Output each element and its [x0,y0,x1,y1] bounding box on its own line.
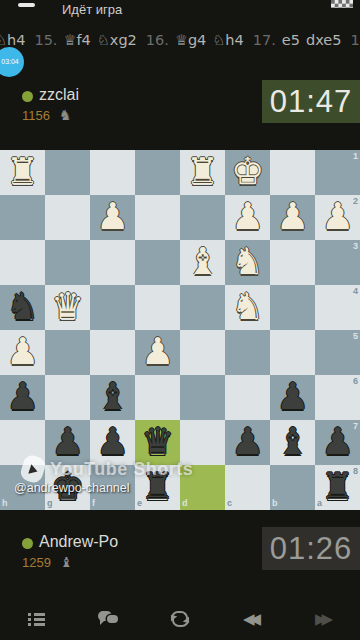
square-c5[interactable] [225,330,270,375]
player-top[interactable]: zzclai 1156♞ [0,86,260,132]
square-b4[interactable] [270,285,315,330]
square-g8[interactable]: ♚g [45,465,90,510]
square-h4[interactable]: ♞ [0,285,45,330]
online-dot [22,538,33,549]
square-d8[interactable]: d [180,465,225,510]
menu-list-button[interactable] [0,598,72,640]
square-g3[interactable] [45,240,90,285]
square-b2[interactable]: ♟ [270,195,315,240]
captured-knight-icon: ♞ [59,107,72,123]
square-g1[interactable] [45,150,90,195]
square-g4[interactable]: ♛ [45,285,90,330]
square-f6[interactable]: ♝ [90,375,135,420]
move-san[interactable]: dxe5 [306,32,342,48]
square-h7[interactable] [0,420,45,465]
step-back-button[interactable]: ◀◀ [216,598,288,640]
black-bishop-f6: ♝ [90,375,135,420]
square-e1[interactable] [135,150,180,195]
move-number[interactable]: 17. [253,32,276,48]
square-b7[interactable]: ♝ [270,420,315,465]
square-a2[interactable]: ♟2 [315,195,360,240]
square-e8[interactable]: ♜e [135,465,180,510]
black-bishop-b7: ♝ [270,420,315,465]
black-knight-h4: ♞ [0,285,45,330]
move-number[interactable]: 18. [350,32,360,48]
rank-label-1: 1 [353,152,358,161]
player-top-rating: 1156♞ [22,107,72,123]
square-h2[interactable] [0,195,45,240]
black-pawn-b6: ♟ [270,375,315,420]
square-b1[interactable] [270,150,315,195]
board-checker-icon[interactable] [331,0,353,8]
white-knight-c4: ♞ [225,285,270,330]
white-pawn-c2: ♟ [225,195,270,240]
square-d6[interactable] [180,375,225,420]
loop-arrows-icon [171,611,189,627]
chess-board[interactable]: ♜♜♚1♟♟♟♟2♝♞3♞♛♞4♟♟5♟♝♟6♟♟♛♟♝♟7h♚gf♜edcb♜… [0,150,360,510]
square-d4[interactable] [180,285,225,330]
white-bishop-d3: ♝ [180,240,225,285]
white-knight-c3: ♞ [225,240,270,285]
square-g6[interactable] [45,375,90,420]
square-d2[interactable] [180,195,225,240]
move-san[interactable]: ♕f4 [63,32,90,48]
square-d5[interactable] [180,330,225,375]
square-g2[interactable] [45,195,90,240]
player-bottom[interactable]: Andrew-Po 1259♝ [0,533,260,579]
square-a7[interactable]: ♟7 [315,420,360,465]
square-g5[interactable] [45,330,90,375]
square-b3[interactable] [270,240,315,285]
square-c4[interactable]: ♞ [225,285,270,330]
square-e4[interactable] [135,285,180,330]
move-san[interactable]: e5 [282,32,300,48]
collapse-dash-icon[interactable] [18,3,35,7]
move-san[interactable]: ♕g4 [175,32,206,48]
rank-label-8: 8 [353,467,358,476]
square-h6[interactable]: ♟ [0,375,45,420]
square-f2[interactable]: ♟ [90,195,135,240]
square-b8[interactable]: b [270,465,315,510]
square-f4[interactable] [90,285,135,330]
square-g7[interactable]: ♟ [45,420,90,465]
rank-label-7: 7 [353,422,358,431]
square-e5[interactable]: ♟ [135,330,180,375]
recorder-timer-bubble[interactable]: 03:04 [0,47,24,77]
rematch-button[interactable] [144,598,216,640]
menu-list-icon [28,611,45,628]
move-san[interactable]: ♘h4 [0,32,25,48]
square-a4[interactable]: 4 [315,285,360,330]
white-rook-d1: ♜ [180,150,225,195]
black-queen-e7: ♛ [135,420,180,465]
white-pawn-f2: ♟ [90,195,135,240]
clock-top: 01:47 [262,80,360,123]
square-a1[interactable]: 1 [315,150,360,195]
square-c7[interactable]: ♟ [225,420,270,465]
rewind-icon: ◀◀ [243,610,261,628]
online-dot [22,91,33,102]
move-number[interactable]: 16. [146,32,169,48]
white-pawn-h5: ♟ [0,330,45,375]
game-status-title: Идёт игра [62,2,122,17]
rank-label-4: 4 [353,287,358,296]
square-c1[interactable]: ♚ [225,150,270,195]
square-h3[interactable] [0,240,45,285]
rank-label-5: 5 [353,332,358,341]
square-b6[interactable]: ♟ [270,375,315,420]
chat-button[interactable] [72,598,144,640]
rank-label-3: 3 [353,242,358,251]
white-king-c1: ♚ [225,150,270,195]
clock-bottom: 01:26 [262,527,360,570]
black-pawn-g7: ♟ [45,420,90,465]
black-pawn-f7: ♟ [90,420,135,465]
black-pawn-h6: ♟ [0,375,45,420]
bottom-toolbar: ◀◀ ▶▶ [0,598,360,640]
file-label-f: f [92,499,95,508]
square-d1[interactable]: ♜ [180,150,225,195]
file-label-a: a [317,499,322,508]
square-h8[interactable]: h [0,465,45,510]
square-f1[interactable] [90,150,135,195]
chess-app-screen: Идёт игра ♘h415.♕f4♘xg216.♕g4♘h417.e5dxe… [0,0,360,640]
white-pawn-b2: ♟ [270,195,315,240]
square-h5[interactable]: ♟ [0,330,45,375]
chat-bubbles-icon [98,611,118,627]
move-san[interactable]: ♘h4 [212,32,243,48]
white-pawn-e5: ♟ [135,330,180,375]
player-bottom-rating: 1259♝ [22,554,72,570]
square-h1[interactable]: ♜ [0,150,45,195]
square-d7[interactable] [180,420,225,465]
move-number[interactable]: 15. [34,32,57,48]
square-c3[interactable]: ♞ [225,240,270,285]
square-d3[interactable]: ♝ [180,240,225,285]
player-top-name[interactable]: zzclai [39,86,79,104]
black-pawn-c7: ♟ [225,420,270,465]
square-c6[interactable] [225,375,270,420]
captured-bishop-icon: ♝ [60,554,73,570]
file-label-g: g [47,499,53,508]
move-san[interactable]: ♘xg2 [97,32,137,48]
square-a5[interactable]: 5 [315,330,360,375]
file-label-e: e [137,499,142,508]
square-c8[interactable]: c [225,465,270,510]
player-bottom-name[interactable]: Andrew-Po [39,533,118,551]
square-a3[interactable]: 3 [315,240,360,285]
rank-label-2: 2 [353,197,358,206]
square-f3[interactable] [90,240,135,285]
square-e3[interactable] [135,240,180,285]
file-label-d: d [182,499,188,508]
white-queen-g4: ♛ [45,285,90,330]
step-forward-button[interactable]: ▶▶ [288,598,360,640]
square-e6[interactable] [135,375,180,420]
square-f7[interactable]: ♟ [90,420,135,465]
square-e7[interactable]: ♛ [135,420,180,465]
square-f8[interactable]: f [90,465,135,510]
white-rook-h1: ♜ [0,150,45,195]
move-list[interactable]: ♘h415.♕f4♘xg216.♕g4♘h417.e5dxe518.dxe5♕e… [0,30,360,50]
square-a8[interactable]: ♜a8 [315,465,360,510]
square-a6[interactable]: 6 [315,375,360,420]
square-f5[interactable] [90,330,135,375]
square-c2[interactable]: ♟ [225,195,270,240]
square-b5[interactable] [270,330,315,375]
file-label-b: b [272,499,278,508]
rank-label-6: 6 [353,377,358,386]
file-label-h: h [2,499,8,508]
top-bar: Идёт игра [0,0,360,20]
square-e2[interactable] [135,195,180,240]
file-label-c: c [227,499,232,508]
fast-forward-icon: ▶▶ [315,610,333,628]
